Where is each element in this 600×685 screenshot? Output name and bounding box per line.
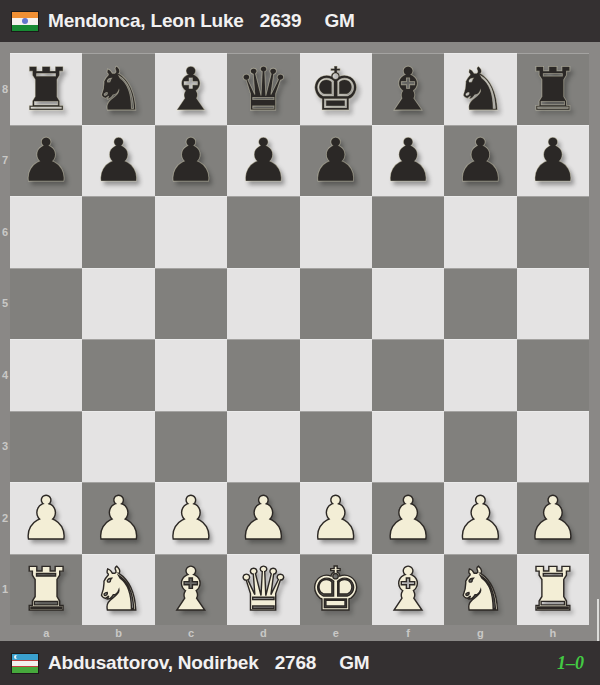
square-b1[interactable]: ♞ xyxy=(82,554,154,626)
square-e6[interactable] xyxy=(300,196,372,268)
square-b2[interactable]: ♟ xyxy=(82,482,154,554)
black-rook[interactable]: ♜ xyxy=(526,59,580,119)
square-h8[interactable]: ♜ xyxy=(517,53,589,125)
white-pawn[interactable]: ♟ xyxy=(526,488,580,548)
india-flag-icon xyxy=(12,12,38,31)
top-player-bar: Mendonca, Leon Luke 2639 GM xyxy=(0,0,600,42)
white-player-title: GM xyxy=(339,652,369,673)
black-pawn[interactable]: ♟ xyxy=(92,130,146,190)
square-d2[interactable]: ♟ xyxy=(227,482,299,554)
black-bishop[interactable]: ♝ xyxy=(164,59,218,119)
rank-label-5: 5 xyxy=(0,268,10,340)
square-c4[interactable] xyxy=(155,339,227,411)
white-bishop[interactable]: ♝ xyxy=(164,559,218,619)
white-pawn[interactable]: ♟ xyxy=(92,488,146,548)
black-bishop[interactable]: ♝ xyxy=(381,59,435,119)
square-f3[interactable] xyxy=(372,411,444,483)
rank-label-1: 1 xyxy=(0,554,10,626)
rank-labels: 87654321 xyxy=(0,53,10,625)
white-pawn[interactable]: ♟ xyxy=(381,488,435,548)
square-e2[interactable]: ♟ xyxy=(300,482,372,554)
board-squares: ♜♞♝♛♚♝♞♜♟♟♟♟♟♟♟♟♟♟♟♟♟♟♟♟♜♞♝♛♚♝♞♜ xyxy=(10,53,589,625)
white-pawn[interactable]: ♟ xyxy=(236,488,290,548)
square-d5[interactable] xyxy=(227,268,299,340)
white-king[interactable]: ♚ xyxy=(309,559,363,619)
square-d4[interactable] xyxy=(227,339,299,411)
rank-label-7: 7 xyxy=(0,125,10,197)
square-f1[interactable]: ♝ xyxy=(372,554,444,626)
square-h7[interactable]: ♟ xyxy=(517,125,589,197)
square-g6[interactable] xyxy=(444,196,516,268)
square-h2[interactable]: ♟ xyxy=(517,482,589,554)
square-b8[interactable]: ♞ xyxy=(82,53,154,125)
square-a2[interactable]: ♟ xyxy=(10,482,82,554)
file-label-d: d xyxy=(227,625,299,641)
white-queen[interactable]: ♛ xyxy=(236,559,290,619)
white-pawn[interactable]: ♟ xyxy=(19,488,73,548)
square-g1[interactable]: ♞ xyxy=(444,554,516,626)
square-e8[interactable]: ♚ xyxy=(300,53,372,125)
black-king[interactable]: ♚ xyxy=(309,59,363,119)
white-player-info: Abdusattorov, Nodirbek 2768 GM xyxy=(48,652,369,674)
black-player-rating: 2639 xyxy=(260,10,301,31)
black-pawn[interactable]: ♟ xyxy=(19,130,73,190)
black-pawn[interactable]: ♟ xyxy=(236,130,290,190)
square-a8[interactable]: ♜ xyxy=(10,53,82,125)
square-a6[interactable] xyxy=(10,196,82,268)
square-h3[interactable] xyxy=(517,411,589,483)
uzbekistan-flag-icon xyxy=(12,654,38,673)
square-h4[interactable] xyxy=(517,339,589,411)
right-edge-highlight xyxy=(597,599,599,641)
white-knight[interactable]: ♞ xyxy=(454,559,508,619)
black-pawn[interactable]: ♟ xyxy=(309,130,363,190)
square-a5[interactable] xyxy=(10,268,82,340)
square-f4[interactable] xyxy=(372,339,444,411)
white-bishop[interactable]: ♝ xyxy=(381,559,435,619)
file-label-e: e xyxy=(300,625,372,641)
square-g5[interactable] xyxy=(444,268,516,340)
rank-label-2: 2 xyxy=(0,482,10,554)
square-c6[interactable] xyxy=(155,196,227,268)
black-player-name: Mendonca, Leon Luke xyxy=(48,10,244,31)
file-label-b: b xyxy=(82,625,154,641)
game-result: 1–0 xyxy=(557,653,584,674)
square-g8[interactable]: ♞ xyxy=(444,53,516,125)
black-pawn[interactable]: ♟ xyxy=(454,130,508,190)
black-rook[interactable]: ♜ xyxy=(19,59,73,119)
black-knight[interactable]: ♞ xyxy=(92,59,146,119)
square-e5[interactable] xyxy=(300,268,372,340)
file-label-c: c xyxy=(155,625,227,641)
square-b3[interactable] xyxy=(82,411,154,483)
square-c3[interactable] xyxy=(155,411,227,483)
rank-label-8: 8 xyxy=(0,53,10,125)
rank-label-3: 3 xyxy=(0,411,10,483)
square-f7[interactable]: ♟ xyxy=(372,125,444,197)
square-b7[interactable]: ♟ xyxy=(82,125,154,197)
square-g3[interactable] xyxy=(444,411,516,483)
black-pawn[interactable]: ♟ xyxy=(526,130,580,190)
file-label-f: f xyxy=(372,625,444,641)
file-label-h: h xyxy=(517,625,589,641)
white-knight[interactable]: ♞ xyxy=(92,559,146,619)
square-h1[interactable]: ♜ xyxy=(517,554,589,626)
black-player-info: Mendonca, Leon Luke 2639 GM xyxy=(48,10,355,32)
square-d6[interactable] xyxy=(227,196,299,268)
square-h5[interactable] xyxy=(517,268,589,340)
file-label-g: g xyxy=(444,625,516,641)
square-a7[interactable]: ♟ xyxy=(10,125,82,197)
black-player-title: GM xyxy=(324,10,354,31)
square-b4[interactable] xyxy=(82,339,154,411)
square-c8[interactable]: ♝ xyxy=(155,53,227,125)
square-c5[interactable] xyxy=(155,268,227,340)
white-pawn[interactable]: ♟ xyxy=(309,488,363,548)
square-e7[interactable]: ♟ xyxy=(300,125,372,197)
square-b5[interactable] xyxy=(82,268,154,340)
white-player-name: Abdusattorov, Nodirbek xyxy=(48,652,259,673)
square-e4[interactable] xyxy=(300,339,372,411)
square-e1[interactable]: ♚ xyxy=(300,554,372,626)
square-g4[interactable] xyxy=(444,339,516,411)
square-d3[interactable] xyxy=(227,411,299,483)
bottom-player-bar: Abdusattorov, Nodirbek 2768 GM 1–0 xyxy=(0,641,600,685)
square-d1[interactable]: ♛ xyxy=(227,554,299,626)
square-f6[interactable] xyxy=(372,196,444,268)
square-h6[interactable] xyxy=(517,196,589,268)
square-f2[interactable]: ♟ xyxy=(372,482,444,554)
black-pawn[interactable]: ♟ xyxy=(164,130,218,190)
square-c2[interactable]: ♟ xyxy=(155,482,227,554)
black-knight[interactable]: ♞ xyxy=(454,59,508,119)
square-b6[interactable] xyxy=(82,196,154,268)
rank-label-6: 6 xyxy=(0,196,10,268)
square-c7[interactable]: ♟ xyxy=(155,125,227,197)
square-c1[interactable]: ♝ xyxy=(155,554,227,626)
square-f5[interactable] xyxy=(372,268,444,340)
chess-board: 87654321 ♜♞♝♛♚♝♞♜♟♟♟♟♟♟♟♟♟♟♟♟♟♟♟♟♜♞♝♛♚♝♞… xyxy=(0,42,600,641)
file-labels: abcdefgh xyxy=(10,625,589,641)
square-a1[interactable]: ♜ xyxy=(10,554,82,626)
square-d7[interactable]: ♟ xyxy=(227,125,299,197)
white-rook[interactable]: ♜ xyxy=(19,559,73,619)
white-rook[interactable]: ♜ xyxy=(526,559,580,619)
square-f8[interactable]: ♝ xyxy=(372,53,444,125)
black-pawn[interactable]: ♟ xyxy=(381,130,435,190)
rank-label-4: 4 xyxy=(0,339,10,411)
white-player-rating: 2768 xyxy=(275,652,316,673)
square-a3[interactable] xyxy=(10,411,82,483)
file-label-a: a xyxy=(10,625,82,641)
square-d8[interactable]: ♛ xyxy=(227,53,299,125)
white-pawn[interactable]: ♟ xyxy=(454,488,508,548)
square-e3[interactable] xyxy=(300,411,372,483)
square-g7[interactable]: ♟ xyxy=(444,125,516,197)
black-queen[interactable]: ♛ xyxy=(236,59,290,119)
white-pawn[interactable]: ♟ xyxy=(164,488,218,548)
square-g2[interactable]: ♟ xyxy=(444,482,516,554)
square-a4[interactable] xyxy=(10,339,82,411)
